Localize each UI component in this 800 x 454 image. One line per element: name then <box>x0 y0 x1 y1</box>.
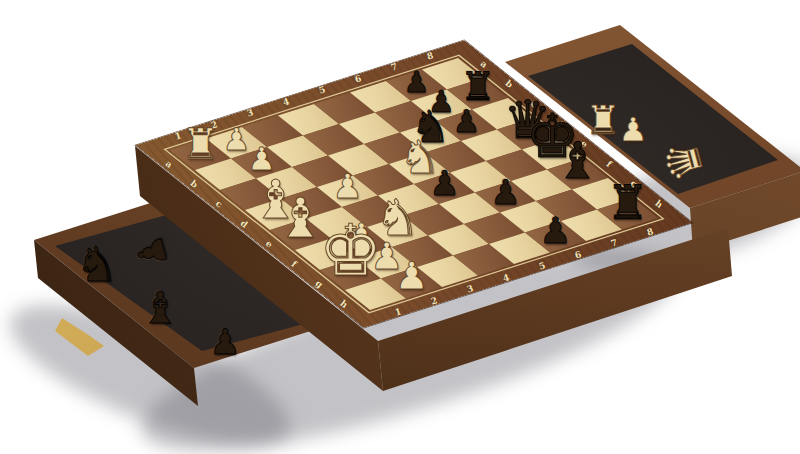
piece-black-pawn-tray-left-4[interactable]: ♟ <box>209 325 240 360</box>
piece-white-pawn-tray-right-2[interactable]: ♟ <box>618 113 648 146</box>
piece-black-rook-h8[interactable]: ♜ <box>606 179 648 226</box>
piece-black-pawn-e5[interactable]: ♟ <box>429 166 459 200</box>
piece-black-pawn-f6[interactable]: ♟ <box>490 175 520 209</box>
piece-white-pawn-h2[interactable]: ♟ <box>394 257 428 295</box>
piece-black-rook-b8[interactable]: ♜ <box>460 67 495 106</box>
chess-box-scene: 1122334455667788aabbccddeeffgghh ♜♝♝♚♟♟♟… <box>0 0 800 454</box>
piece-black-pawn-c7[interactable]: ♟ <box>453 106 481 137</box>
piece-black-pawn-h6[interactable]: ♟ <box>539 213 571 249</box>
piece-black-knight-tray-left-1[interactable]: ♞ <box>75 240 118 288</box>
piece-black-bishop-tray-left-3[interactable]: ♝ <box>140 286 179 330</box>
piece-white-rook-a1[interactable]: ♜ <box>181 123 220 166</box>
piece-white-pawn-d3[interactable]: ♟ <box>332 169 362 203</box>
piece-black-bishop-f8[interactable]: ♝ <box>555 136 600 186</box>
piece-white-king-g1[interactable]: ♚ <box>319 215 383 286</box>
piece-black-pawn-a7[interactable]: ♟ <box>404 68 430 97</box>
